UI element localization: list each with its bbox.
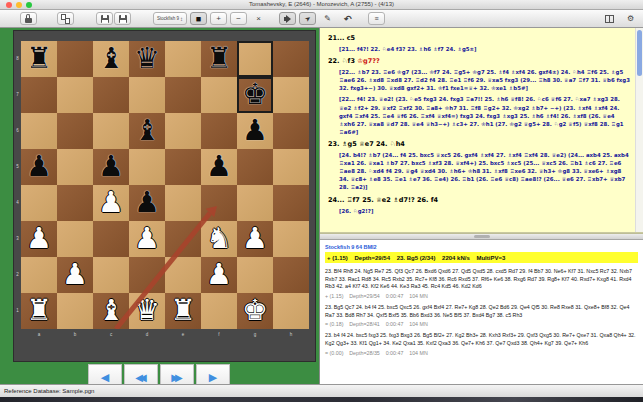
copy-icon	[61, 14, 70, 24]
square-b8[interactable]	[57, 41, 93, 77]
square-d4[interactable]: ♟	[129, 185, 165, 221]
app-window: Tomashevsky, E (2646) - Morozevich, A (2…	[0, 0, 643, 402]
white-queen: ♛	[129, 293, 165, 328]
engine-current-line: + (1.15) Depth=29/54 23. Bg5 (2/34) 2204…	[325, 252, 638, 263]
pv-2-stats: = (0.18) Depth=28/41 0:00:47 104 MN	[325, 321, 638, 327]
square-h8[interactable]	[273, 41, 309, 77]
black-queen: ♛	[129, 41, 165, 76]
rank-label-6: 6	[14, 113, 21, 149]
engine-square-icon: ■	[196, 14, 201, 24]
blunder-move[interactable]: ♔g7??	[357, 57, 380, 65]
splitter-handle[interactable]	[474, 235, 490, 238]
white-pawn: ♟	[57, 257, 93, 292]
status-bar: Reference Database: Sample.pgn	[0, 384, 643, 397]
square-g3[interactable]: ♟	[237, 221, 273, 257]
board-pane: 87654321 ♜♝♛♜♚♝♟♟♟♟♟♟♟♟♞♟♟♟♜♝♛♜♚ abcdefg…	[0, 28, 319, 384]
notation-main-0[interactable]: 21... c5	[328, 34, 633, 42]
square-c2[interactable]	[93, 257, 129, 293]
file-label-c: c	[93, 330, 129, 339]
square-e7[interactable]	[165, 77, 201, 113]
square-h4[interactable]	[273, 185, 309, 221]
square-h2[interactable]	[273, 257, 309, 293]
dock-strip	[0, 397, 643, 402]
scrollbar-thumb[interactable]	[637, 30, 642, 76]
undo-icon: ↶	[344, 14, 352, 24]
copy-game-button[interactable]	[57, 12, 74, 25]
white-rook: ♜	[21, 293, 57, 328]
notation-main-5[interactable]: 23. ♗g5 ♕e7 24. ♘h4	[328, 140, 633, 148]
close-window-button[interactable]	[6, 2, 12, 8]
file-labels: abcdefgh	[21, 330, 309, 339]
announce-moves-button[interactable]	[279, 12, 296, 25]
settings-button[interactable]: ⚙	[622, 12, 639, 25]
cursor-icon: ➤	[303, 14, 312, 24]
traffic-lights	[6, 2, 32, 8]
square-d1[interactable]: ♛	[129, 293, 165, 329]
notation-scrollbar[interactable]	[635, 28, 643, 232]
square-h1[interactable]	[273, 293, 309, 329]
save-icon	[101, 15, 109, 23]
square-h6[interactable]	[273, 113, 309, 149]
square-a3[interactable]: ♟	[21, 221, 57, 257]
white-king: ♚	[237, 293, 273, 328]
engine-name: Stockfish 9 64 BMI2	[325, 244, 638, 250]
square-g7[interactable]: ♚	[237, 77, 273, 113]
edit-comment-button[interactable]: ≡	[368, 12, 385, 25]
square-a1[interactable]: ♜	[21, 293, 57, 329]
square-f5[interactable]: ♟	[201, 149, 237, 185]
square-d2[interactable]	[129, 257, 165, 293]
square-e1[interactable]: ♜	[165, 293, 201, 329]
square-e6[interactable]	[165, 113, 201, 149]
square-a4[interactable]	[21, 185, 57, 221]
plus-icon: +	[216, 14, 221, 23]
square-g4[interactable]	[237, 185, 273, 221]
square-c3[interactable]	[93, 221, 129, 257]
square-d6[interactable]: ♝	[129, 113, 165, 149]
notation-main-2[interactable]: 22. ♘f3 ♔g7??	[328, 57, 633, 65]
square-b6[interactable]	[57, 113, 93, 149]
black-bishop: ♝	[129, 113, 165, 148]
square-c8[interactable]: ♝	[93, 41, 129, 77]
square-g1[interactable]: ♚	[237, 293, 273, 329]
add-engine-line-button[interactable]: +	[210, 12, 227, 25]
notation-variation-6[interactable]: [24. b4!? ♗b7 (24... f4 25. bxc5 ♕xc5 26…	[339, 151, 631, 192]
rank-label-7: 7	[14, 77, 21, 113]
square-b4[interactable]	[57, 185, 93, 221]
rank-label-3: 3	[14, 221, 21, 257]
rank-label-4: 4	[14, 185, 21, 221]
pv-3-moves[interactable]: 23. b4 f4 24. bxc5 fxg3 25. fxg3 Bxg3 26…	[325, 332, 638, 347]
square-f7[interactable]	[201, 77, 237, 113]
rank-label-1: 1	[14, 293, 21, 329]
minimize-window-button[interactable]	[16, 2, 22, 8]
square-c1[interactable]: ♝	[93, 293, 129, 329]
square-b5[interactable]	[57, 149, 93, 185]
square-b7[interactable]	[57, 77, 93, 113]
file-label-b: b	[57, 330, 93, 339]
square-a7[interactable]	[21, 77, 57, 113]
square-f4[interactable]	[201, 185, 237, 221]
file-label-f: f	[201, 330, 237, 339]
pv-1-stats: + (1.15) Depth=29/54 0:00:47 104 MN	[325, 293, 638, 299]
square-a6[interactable]	[21, 113, 57, 149]
white-pawn: ♟	[201, 257, 237, 292]
dropdown-arrows-icon: ↕	[180, 16, 183, 22]
black-pawn: ♟	[201, 149, 237, 184]
pv-3-stats: = (0.00) Depth=28/35 0:00:47 104 MN	[325, 350, 638, 356]
engine-select[interactable]: Stockfish 9 ↕	[153, 12, 187, 25]
engine-panel: Stockfish 9 64 BMI2 + (1.15) Depth=29/54…	[320, 240, 643, 384]
layout-icon	[605, 15, 614, 23]
black-rook: ♜	[201, 41, 237, 76]
close-engine-button[interactable]: ×	[250, 12, 267, 25]
notation-variation-8[interactable]: [26. ♘g2!?]	[339, 207, 631, 215]
white-knight: ♞	[201, 221, 237, 256]
square-e3[interactable]	[165, 221, 201, 257]
rank-label-5: 5	[14, 149, 21, 185]
white-pawn: ♟	[93, 185, 129, 220]
panel-splitter[interactable]	[320, 233, 643, 240]
white-pawn: ♟	[237, 221, 273, 256]
black-pawn: ♟	[129, 185, 165, 220]
square-h7[interactable]	[273, 77, 309, 113]
window-title: Tomashevsky, E (2646) - Morozevich, A (2…	[0, 0, 643, 9]
square-c7[interactable]	[93, 77, 129, 113]
gear-icon: ⚙	[627, 14, 634, 23]
square-g6[interactable]: ♟	[237, 113, 273, 149]
close-icon: ×	[256, 14, 261, 23]
square-g5[interactable]	[237, 149, 273, 185]
square-c4[interactable]: ♟	[93, 185, 129, 221]
square-g2[interactable]	[237, 257, 273, 293]
engine-toggle-button[interactable]: ■	[190, 12, 207, 25]
square-e2[interactable]	[165, 257, 201, 293]
remove-engine-line-button[interactable]: −	[230, 12, 247, 25]
file-label-e: e	[165, 330, 201, 339]
pv-2-moves[interactable]: 23. Bg5 Qc7 24. b4 f4 25. bxc5 Qxc5 26. …	[325, 304, 638, 319]
zoom-window-button[interactable]	[26, 2, 32, 8]
pointer-mode-button[interactable]: ➤	[299, 12, 316, 25]
square-d7[interactable]	[129, 77, 165, 113]
titlebar: Tomashevsky, E (2646) - Morozevich, A (2…	[0, 0, 643, 10]
square-f8[interactable]: ♜	[201, 41, 237, 77]
square-e4[interactable]	[165, 185, 201, 221]
analysis-pane: 21... c5[21... f4?! 22. ♘e4 f3? 23. ♗h6 …	[319, 28, 643, 384]
white-pawn: ♟	[129, 221, 165, 256]
pv-1-moves[interactable]: 23. Bf4 Rh8 24. Ng5 Re7 25. Qf3 Qc7 26. …	[325, 268, 638, 291]
black-pawn: ♟	[21, 149, 57, 184]
square-f3[interactable]: ♞	[201, 221, 237, 257]
rank-label-8: 8	[14, 41, 21, 77]
white-pawn: ♟	[21, 221, 57, 256]
file-label-d: d	[129, 330, 165, 339]
notation-variation-4[interactable]: [22... f4! 23. ♕e2! (23. ♘e5 fxg3 24. fx…	[339, 95, 631, 136]
square-e5[interactable]	[165, 149, 201, 185]
rank-labels: 87654321	[14, 41, 21, 329]
toolbar: Stockfish 9 ↕ ■ + − × ➤ ✎ ↶ ≡	[0, 10, 643, 28]
black-king: ♚	[237, 77, 273, 112]
square-b3[interactable]	[57, 221, 93, 257]
speaker-icon	[284, 15, 291, 23]
chess-board: 87654321 ♜♝♛♜♚♝♟♟♟♟♟♟♟♟♞♟♟♟♜♝♛♜♚ abcdefg…	[13, 30, 316, 362]
file-label-a: a	[21, 330, 57, 339]
save-button[interactable]	[96, 12, 113, 25]
notation-variation-1[interactable]: [21... f4?! 22. ♘e4 f3? 23. ♗h6 ♗f7 24. …	[339, 45, 631, 53]
board-grid[interactable]: ♜♝♛♜♚♝♟♟♟♟♟♟♟♟♞♟♟♟♜♝♛♜♚	[21, 41, 309, 329]
square-d3[interactable]: ♟	[129, 221, 165, 257]
square-c6[interactable]	[93, 113, 129, 149]
black-rook: ♜	[21, 41, 57, 76]
square-d5[interactable]	[129, 149, 165, 185]
black-bishop: ♝	[93, 41, 129, 76]
notation-variation-3[interactable]: [22... ♗b7 23. ♖e6 ♔g7 (23... ♔f7 24. ♖g…	[339, 68, 631, 92]
save-as-button[interactable]	[114, 12, 131, 25]
square-d8[interactable]: ♛	[129, 41, 165, 77]
lock-button[interactable]	[20, 12, 37, 25]
white-rook: ♜	[165, 293, 201, 328]
square-c5[interactable]: ♟	[93, 149, 129, 185]
white-bishop: ♝	[93, 293, 129, 328]
save-as-icon	[119, 15, 127, 23]
square-b2[interactable]: ♟	[57, 257, 93, 293]
layout-button[interactable]	[601, 12, 618, 25]
lock-icon	[25, 14, 32, 23]
minus-icon: −	[236, 14, 241, 23]
square-f6[interactable]	[201, 113, 237, 149]
square-e8[interactable]	[165, 41, 201, 77]
square-h5[interactable]	[273, 149, 309, 185]
square-a5[interactable]: ♟	[21, 149, 57, 185]
pencil-icon: ✎	[324, 14, 331, 23]
file-label-h: h	[273, 330, 309, 339]
square-a2[interactable]	[21, 257, 57, 293]
notation-panel: 21... c5[21... f4?! 22. ♘e4 f3? 23. ♗h6 …	[320, 28, 643, 233]
square-h3[interactable]	[273, 221, 309, 257]
engine-pvs: 23. Bf4 Rh8 24. Ng5 Re7 25. Qf3 Qc7 26. …	[325, 268, 638, 356]
comment-lines-icon: ≡	[374, 15, 378, 22]
black-pawn: ♟	[93, 149, 129, 184]
square-g8[interactable]	[237, 41, 273, 77]
file-label-g: g	[237, 330, 273, 339]
engine-select-label: Stockfish 9	[157, 16, 179, 21]
rank-label-2: 2	[14, 257, 21, 293]
notation-content: 21... c5[21... f4?! 22. ♘e4 f3? 23. ♗h6 …	[326, 34, 633, 215]
square-f1[interactable]	[201, 293, 237, 329]
notation-main-7[interactable]: 24... ♖f7 25. ♕e2 ♗d7!? 26. f4	[328, 196, 633, 204]
undo-button[interactable]: ↶	[339, 12, 356, 25]
draw-annotation-button[interactable]: ✎	[319, 12, 336, 25]
square-f2[interactable]: ♟	[201, 257, 237, 293]
square-b1[interactable]	[57, 293, 93, 329]
square-a8[interactable]: ♜	[21, 41, 57, 77]
black-pawn: ♟	[237, 113, 273, 148]
